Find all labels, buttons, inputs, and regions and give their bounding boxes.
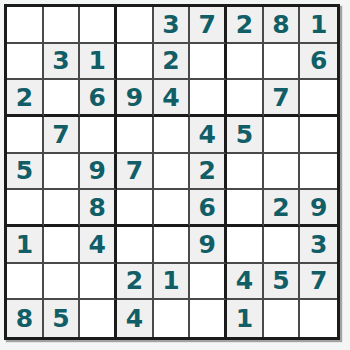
sudoku-cell-r8c8[interactable]: 5 xyxy=(264,264,301,301)
sudoku-cell-r4c1[interactable] xyxy=(7,117,44,154)
sudoku-cell-r8c1[interactable] xyxy=(7,264,44,301)
sudoku-cell-r2c2[interactable]: 3 xyxy=(44,44,81,81)
sudoku-cell-r8c7[interactable]: 4 xyxy=(227,264,264,301)
sudoku-cell-r1c8[interactable]: 8 xyxy=(264,7,301,44)
sudoku-cell-r8c6[interactable] xyxy=(190,264,227,301)
sudoku-cell-r2c9[interactable]: 6 xyxy=(300,44,337,81)
sudoku-cell-r9c1[interactable]: 8 xyxy=(7,300,44,337)
sudoku-cell-r4c2[interactable]: 7 xyxy=(44,117,81,154)
sudoku-cell-r6c8[interactable]: 2 xyxy=(264,190,301,227)
sudoku-cell-r1c6[interactable]: 7 xyxy=(190,7,227,44)
sudoku-cell-r3c1[interactable]: 2 xyxy=(7,80,44,117)
sudoku-cell-r4c9[interactable] xyxy=(300,117,337,154)
sudoku-cell-r3c5[interactable]: 4 xyxy=(154,80,191,117)
sudoku-cell-r1c2[interactable] xyxy=(44,7,81,44)
sudoku-cell-r9c6[interactable] xyxy=(190,300,227,337)
sudoku-cell-r7c9[interactable]: 3 xyxy=(300,227,337,264)
sudoku-cell-r7c3[interactable]: 4 xyxy=(80,227,117,264)
sudoku-cell-r1c3[interactable] xyxy=(80,7,117,44)
sudoku-cell-r8c9[interactable]: 7 xyxy=(300,264,337,301)
sudoku-cell-r3c9[interactable] xyxy=(300,80,337,117)
sudoku-cell-r5c6[interactable]: 2 xyxy=(190,154,227,191)
sudoku-cell-r6c7[interactable] xyxy=(227,190,264,227)
sudoku-cell-r4c7[interactable]: 5 xyxy=(227,117,264,154)
sudoku-cell-r4c5[interactable] xyxy=(154,117,191,154)
sudoku-cell-r9c4[interactable]: 4 xyxy=(117,300,154,337)
sudoku-cell-r1c7[interactable]: 2 xyxy=(227,7,264,44)
sudoku-cell-r2c3[interactable]: 1 xyxy=(80,44,117,81)
sudoku-cell-r2c7[interactable] xyxy=(227,44,264,81)
sudoku-cell-r1c1[interactable] xyxy=(7,7,44,44)
sudoku-cell-r9c8[interactable] xyxy=(264,300,301,337)
sudoku-cell-r5c1[interactable]: 5 xyxy=(7,154,44,191)
sudoku-cell-r7c4[interactable] xyxy=(117,227,154,264)
sudoku-cell-r4c3[interactable] xyxy=(80,117,117,154)
sudoku-cell-r7c6[interactable]: 9 xyxy=(190,227,227,264)
sudoku-cell-r6c9[interactable]: 9 xyxy=(300,190,337,227)
sudoku-cell-r2c6[interactable] xyxy=(190,44,227,81)
sudoku-cell-r8c3[interactable] xyxy=(80,264,117,301)
puzzle-page: { "game": "sudoku", "position": "0000372… xyxy=(0,0,350,350)
sudoku-cell-r4c4[interactable] xyxy=(117,117,154,154)
sudoku-cell-r1c5[interactable]: 3 xyxy=(154,7,191,44)
sudoku-cell-r6c4[interactable] xyxy=(117,190,154,227)
sudoku-cell-r8c5[interactable]: 1 xyxy=(154,264,191,301)
sudoku-cell-r5c3[interactable]: 9 xyxy=(80,154,117,191)
sudoku-cell-r5c4[interactable]: 7 xyxy=(117,154,154,191)
sudoku-cell-r2c1[interactable] xyxy=(7,44,44,81)
sudoku-cell-r6c6[interactable]: 6 xyxy=(190,190,227,227)
sudoku-cell-r3c3[interactable]: 6 xyxy=(80,80,117,117)
sudoku-cell-r1c9[interactable]: 1 xyxy=(300,7,337,44)
sudoku-cell-r9c2[interactable]: 5 xyxy=(44,300,81,337)
sudoku-cell-r1c4[interactable] xyxy=(117,7,154,44)
sudoku-board: 37281312626947745597286291493214578541 xyxy=(4,4,340,340)
sudoku-cell-r8c4[interactable]: 2 xyxy=(117,264,154,301)
sudoku-cell-r3c8[interactable]: 7 xyxy=(264,80,301,117)
sudoku-cell-r3c7[interactable] xyxy=(227,80,264,117)
sudoku-cell-r9c3[interactable] xyxy=(80,300,117,337)
sudoku-cell-r7c7[interactable] xyxy=(227,227,264,264)
sudoku-cell-r7c1[interactable]: 1 xyxy=(7,227,44,264)
sudoku-cell-r9c5[interactable] xyxy=(154,300,191,337)
sudoku-cell-r9c9[interactable] xyxy=(300,300,337,337)
sudoku-cell-r2c5[interactable]: 2 xyxy=(154,44,191,81)
sudoku-cell-r3c2[interactable] xyxy=(44,80,81,117)
sudoku-cell-r3c6[interactable] xyxy=(190,80,227,117)
sudoku-cell-r2c8[interactable] xyxy=(264,44,301,81)
sudoku-cell-r4c6[interactable]: 4 xyxy=(190,117,227,154)
sudoku-cell-r4c8[interactable] xyxy=(264,117,301,154)
sudoku-cell-r5c9[interactable] xyxy=(300,154,337,191)
sudoku-cell-r9c7[interactable]: 1 xyxy=(227,300,264,337)
sudoku-cell-r2c4[interactable] xyxy=(117,44,154,81)
sudoku-cell-r5c7[interactable] xyxy=(227,154,264,191)
sudoku-cell-r5c8[interactable] xyxy=(264,154,301,191)
sudoku-cell-r6c5[interactable] xyxy=(154,190,191,227)
sudoku-cell-r6c2[interactable] xyxy=(44,190,81,227)
sudoku-cell-r6c3[interactable]: 8 xyxy=(80,190,117,227)
sudoku-cell-r7c5[interactable] xyxy=(154,227,191,264)
sudoku-cell-r8c2[interactable] xyxy=(44,264,81,301)
sudoku-cell-r5c2[interactable] xyxy=(44,154,81,191)
sudoku-cell-r6c1[interactable] xyxy=(7,190,44,227)
sudoku-cell-r7c8[interactable] xyxy=(264,227,301,264)
sudoku-cell-r5c5[interactable] xyxy=(154,154,191,191)
sudoku-cell-r7c2[interactable] xyxy=(44,227,81,264)
sudoku-cell-r3c4[interactable]: 9 xyxy=(117,80,154,117)
